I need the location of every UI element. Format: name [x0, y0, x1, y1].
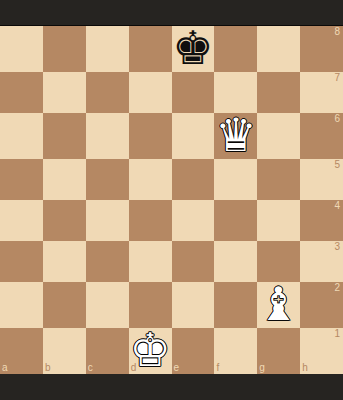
square-d8[interactable] — [129, 26, 172, 72]
white-queen[interactable]: ♛ — [215, 112, 256, 158]
rank-label-1: 1 — [334, 329, 340, 339]
square-d3[interactable] — [129, 241, 172, 282]
rank-label-5: 5 — [334, 160, 340, 170]
square-b6[interactable] — [43, 113, 86, 159]
bottom-margin-band — [0, 374, 343, 400]
square-f1[interactable]: f — [214, 328, 257, 374]
square-h8[interactable]: 8 — [300, 26, 343, 72]
rank-label-6: 6 — [334, 114, 340, 124]
square-g5[interactable] — [257, 159, 300, 200]
file-label-c: c — [88, 363, 93, 373]
square-e7[interactable] — [172, 72, 215, 113]
square-c3[interactable] — [86, 241, 129, 282]
square-f8[interactable] — [214, 26, 257, 72]
square-a6[interactable] — [0, 113, 43, 159]
square-h5[interactable]: 5 — [300, 159, 343, 200]
square-h7[interactable]: 7 — [300, 72, 343, 113]
file-label-h: h — [302, 363, 308, 373]
square-a7[interactable] — [0, 72, 43, 113]
square-a5[interactable] — [0, 159, 43, 200]
square-c7[interactable] — [86, 72, 129, 113]
chess-diagram-frame: ♚87♛6543♝2abcd♚efgh1 — [0, 0, 343, 400]
square-d4[interactable] — [129, 200, 172, 241]
rank-label-2: 2 — [334, 283, 340, 293]
square-d7[interactable] — [129, 72, 172, 113]
square-f7[interactable] — [214, 72, 257, 113]
file-label-f: f — [216, 363, 219, 373]
file-label-a: a — [2, 363, 8, 373]
square-g4[interactable] — [257, 200, 300, 241]
square-g8[interactable] — [257, 26, 300, 72]
square-g6[interactable] — [257, 113, 300, 159]
square-a8[interactable] — [0, 26, 43, 72]
square-h1[interactable]: h1 — [300, 328, 343, 374]
square-d5[interactable] — [129, 159, 172, 200]
square-c4[interactable] — [86, 200, 129, 241]
square-b2[interactable] — [43, 282, 86, 328]
white-bishop[interactable]: ♝ — [258, 281, 299, 327]
square-g1[interactable]: g — [257, 328, 300, 374]
square-f4[interactable] — [214, 200, 257, 241]
square-d1[interactable]: d♚ — [129, 328, 172, 374]
rank-label-8: 8 — [334, 27, 340, 37]
square-h6[interactable]: 6 — [300, 113, 343, 159]
black-king[interactable]: ♚ — [172, 25, 213, 71]
square-c2[interactable] — [86, 282, 129, 328]
square-c5[interactable] — [86, 159, 129, 200]
square-b4[interactable] — [43, 200, 86, 241]
white-king[interactable]: ♚ — [129, 327, 170, 373]
square-h2[interactable]: 2 — [300, 282, 343, 328]
square-b3[interactable] — [43, 241, 86, 282]
rank-label-7: 7 — [334, 73, 340, 83]
square-a2[interactable] — [0, 282, 43, 328]
file-label-b: b — [45, 363, 51, 373]
square-e1[interactable]: e — [172, 328, 215, 374]
square-f5[interactable] — [214, 159, 257, 200]
square-g2[interactable]: ♝ — [257, 282, 300, 328]
rank-label-4: 4 — [334, 201, 340, 211]
square-c8[interactable] — [86, 26, 129, 72]
square-d6[interactable] — [129, 113, 172, 159]
square-b7[interactable] — [43, 72, 86, 113]
square-e5[interactable] — [172, 159, 215, 200]
square-d2[interactable] — [129, 282, 172, 328]
square-e8[interactable]: ♚ — [172, 26, 215, 72]
chess-board: ♚87♛6543♝2abcd♚efgh1 — [0, 26, 343, 374]
square-g7[interactable] — [257, 72, 300, 113]
square-f3[interactable] — [214, 241, 257, 282]
square-g3[interactable] — [257, 241, 300, 282]
square-h3[interactable]: 3 — [300, 241, 343, 282]
square-a3[interactable] — [0, 241, 43, 282]
square-a4[interactable] — [0, 200, 43, 241]
square-f2[interactable] — [214, 282, 257, 328]
square-e3[interactable] — [172, 241, 215, 282]
square-h4[interactable]: 4 — [300, 200, 343, 241]
square-c1[interactable]: c — [86, 328, 129, 374]
square-e2[interactable] — [172, 282, 215, 328]
square-e6[interactable] — [172, 113, 215, 159]
square-b8[interactable] — [43, 26, 86, 72]
square-c6[interactable] — [86, 113, 129, 159]
square-f6[interactable]: ♛ — [214, 113, 257, 159]
square-b5[interactable] — [43, 159, 86, 200]
file-label-e: e — [174, 363, 180, 373]
file-label-g: g — [259, 363, 265, 373]
square-a1[interactable]: a — [0, 328, 43, 374]
square-e4[interactable] — [172, 200, 215, 241]
square-b1[interactable]: b — [43, 328, 86, 374]
rank-label-3: 3 — [334, 242, 340, 252]
